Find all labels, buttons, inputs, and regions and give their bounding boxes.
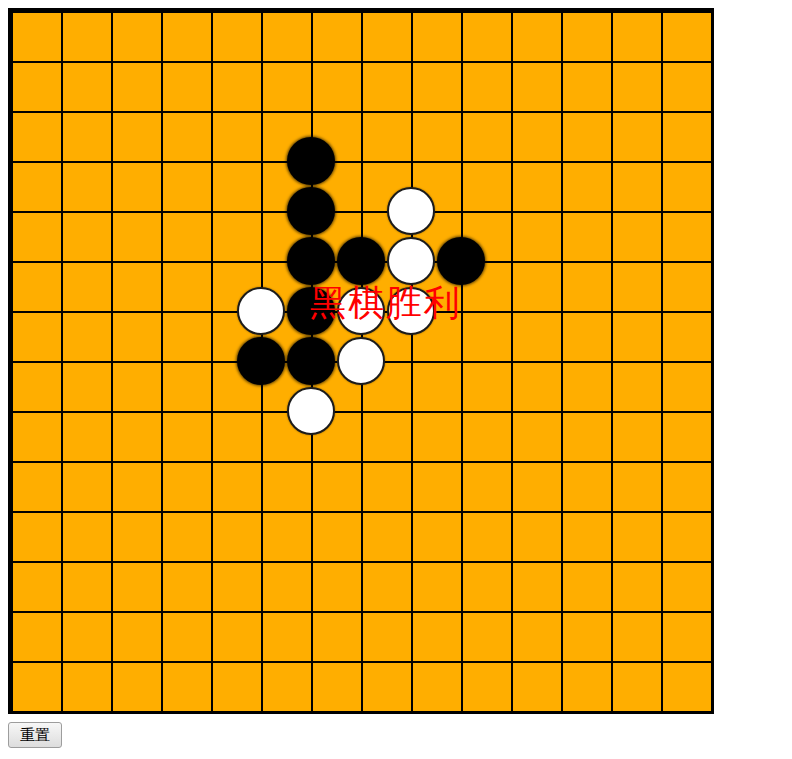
white-stone [337,287,385,335]
white-stone [287,387,335,435]
win-message: 黑棋胜利 [310,281,462,325]
black-stone [287,337,335,385]
white-stone [387,187,435,235]
black-stone [437,237,485,285]
black-stone [287,287,335,335]
white-stone [387,237,435,285]
black-stone [287,187,335,235]
reset-button[interactable]: 重置 [8,722,62,748]
black-stone [287,137,335,185]
white-stone [237,287,285,335]
white-stone [387,287,435,335]
black-stone [337,237,385,285]
black-stone [287,237,335,285]
black-stone [237,337,285,385]
stones-layer [0,0,736,736]
gomoku-board[interactable]: 黑棋胜利 [8,8,714,714]
white-stone [337,337,385,385]
